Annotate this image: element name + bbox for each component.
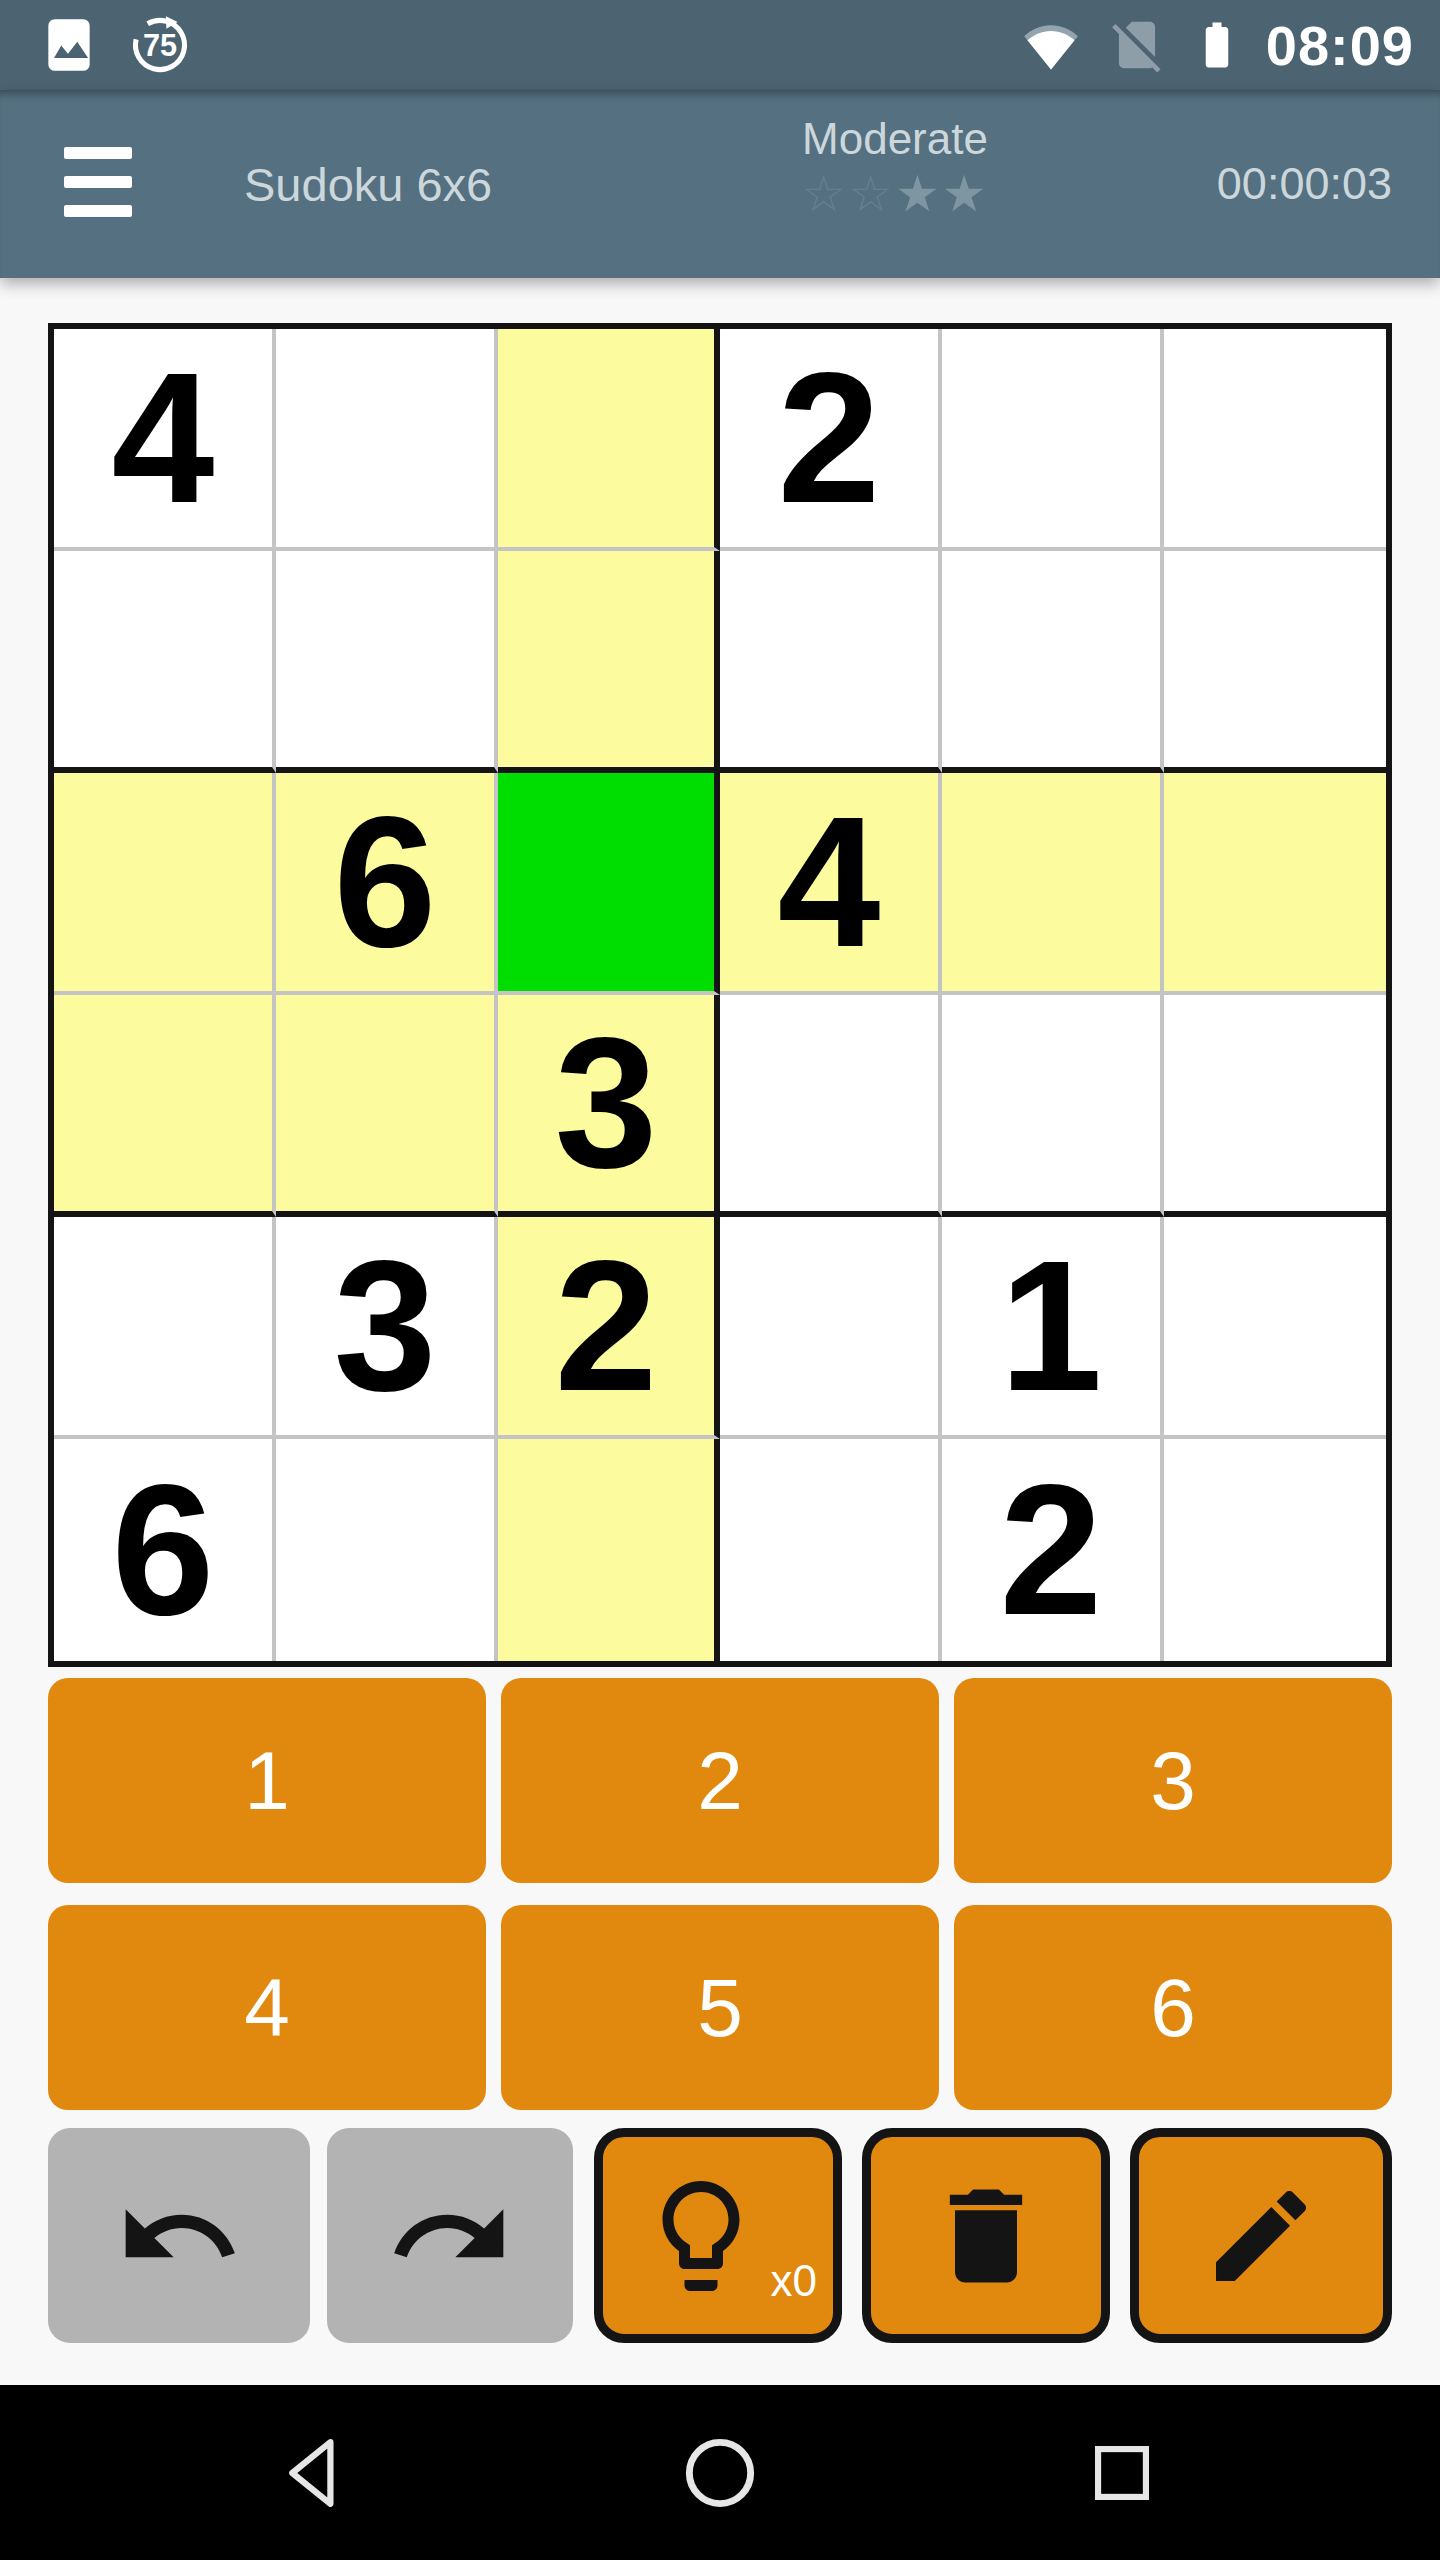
no-sim-icon	[1106, 14, 1168, 76]
recents-square-icon	[1081, 2432, 1163, 2514]
toolbar: x0	[48, 2128, 1392, 2343]
number-button-6[interactable]: 6	[954, 1905, 1392, 2110]
cell-r2c4[interactable]	[720, 551, 942, 773]
menu-button[interactable]	[52, 134, 148, 230]
status-bar: 75 08:09	[0, 0, 1440, 90]
cell-r6c3[interactable]	[498, 1439, 720, 1661]
cell-r1c2[interactable]	[276, 329, 498, 551]
cell-r4c6[interactable]	[1164, 995, 1386, 1217]
cell-r2c1[interactable]	[54, 551, 276, 773]
cell-r6c2[interactable]	[276, 1439, 498, 1661]
number-button-1[interactable]: 1	[48, 1678, 486, 1883]
cell-r2c2[interactable]	[276, 551, 498, 773]
cell-r5c6[interactable]	[1164, 1217, 1386, 1439]
pencil-icon	[1201, 2176, 1321, 2296]
number-button-4[interactable]: 4	[48, 1905, 486, 2110]
cell-r1c6[interactable]	[1164, 329, 1386, 551]
status-bar-right: 08:09	[1018, 14, 1414, 76]
delete-button[interactable]	[862, 2128, 1110, 2343]
cell-r2c6[interactable]	[1164, 551, 1386, 773]
number-button-2[interactable]: 2	[501, 1678, 939, 1883]
cell-r5c1[interactable]	[54, 1217, 276, 1439]
battery-icon	[1190, 14, 1244, 76]
nav-home-button[interactable]	[640, 2385, 800, 2560]
status-bar-left: 75	[38, 14, 192, 76]
cell-r3c6[interactable]	[1164, 773, 1386, 995]
cell-r1c1[interactable]: 4	[54, 329, 276, 551]
cell-r2c5[interactable]	[942, 551, 1164, 773]
redo-button[interactable]	[327, 2128, 573, 2343]
cell-r1c3[interactable]	[498, 329, 720, 551]
number-pad-row-1: 123	[48, 1678, 1392, 1883]
difficulty-stars: ☆☆★★	[725, 166, 1065, 222]
nav-recents-button[interactable]	[1042, 2385, 1202, 2560]
number-button-5[interactable]: 5	[501, 1905, 939, 2110]
number-button-3[interactable]: 3	[954, 1678, 1392, 1883]
redo-icon	[386, 2172, 514, 2300]
lightbulb-icon	[635, 2170, 767, 2302]
number-pad-row-2: 456	[48, 1905, 1392, 2110]
pencil-button[interactable]	[1130, 2128, 1392, 2343]
trash-icon	[924, 2174, 1048, 2298]
cell-r4c1[interactable]	[54, 995, 276, 1217]
difficulty-label: Moderate	[725, 114, 1065, 164]
cell-r6c4[interactable]	[720, 1439, 942, 1661]
svg-text:75: 75	[143, 28, 177, 62]
cell-r3c5[interactable]	[942, 773, 1164, 995]
cell-r3c1[interactable]	[54, 773, 276, 995]
wifi-icon	[1018, 14, 1084, 76]
cell-r5c5[interactable]: 1	[942, 1217, 1164, 1439]
cell-r5c2[interactable]: 3	[276, 1217, 498, 1439]
star-icon: ☆	[801, 166, 848, 222]
cell-r2c3[interactable]	[498, 551, 720, 773]
cell-r6c6[interactable]	[1164, 1439, 1386, 1661]
status-time: 08:09	[1266, 13, 1414, 78]
cell-r3c4[interactable]: 4	[720, 773, 942, 995]
android-nav-bar	[0, 2385, 1440, 2560]
home-circle-icon	[674, 2427, 766, 2519]
cell-r5c3[interactable]: 2	[498, 1217, 720, 1439]
cell-r1c4[interactable]: 2	[720, 329, 942, 551]
cell-r6c1[interactable]: 6	[54, 1439, 276, 1661]
photo-notification-icon	[38, 14, 100, 76]
cell-r3c3[interactable]	[498, 773, 720, 995]
star-icon: ☆	[848, 166, 895, 222]
nav-back-button[interactable]	[235, 2385, 395, 2560]
undo-icon	[115, 2172, 243, 2300]
undo-button[interactable]	[48, 2128, 310, 2343]
page-title: Sudoku 6x6	[244, 90, 492, 278]
back-triangle-icon	[271, 2429, 359, 2517]
cell-r5c4[interactable]	[720, 1217, 942, 1439]
star-icon: ★	[895, 166, 942, 222]
cell-r4c3[interactable]: 3	[498, 995, 720, 1217]
game-timer: 00:00:03	[1217, 90, 1392, 278]
cell-r4c5[interactable]	[942, 995, 1164, 1217]
cell-r4c4[interactable]	[720, 995, 942, 1217]
cell-r6c5[interactable]: 2	[942, 1439, 1164, 1661]
screen: 75 08:09 Sudoku 6x6 Moderate ☆☆★★	[0, 0, 1440, 2560]
app-bar: Sudoku 6x6 Moderate ☆☆★★ 00:00:03	[0, 90, 1440, 278]
battery-percentage-icon: 75	[128, 13, 192, 77]
cell-r1c5[interactable]	[942, 329, 1164, 551]
hint-count: x0	[771, 2256, 817, 2306]
hamburger-icon	[64, 147, 132, 159]
hint-button[interactable]: x0	[594, 2128, 842, 2343]
star-icon: ★	[942, 166, 989, 222]
cell-r3c2[interactable]: 6	[276, 773, 498, 995]
sudoku-board: 4264332162	[48, 323, 1392, 1667]
cell-r4c2[interactable]	[276, 995, 498, 1217]
difficulty-indicator: Moderate ☆☆★★	[725, 114, 1065, 222]
